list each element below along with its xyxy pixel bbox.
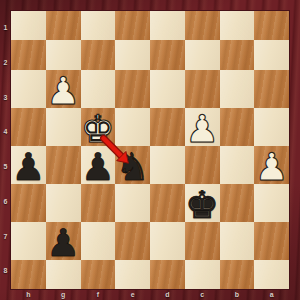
square-h4[interactable] (11, 108, 46, 146)
piece-white-king-f4[interactable]: ♚ (81, 110, 115, 148)
square-a5[interactable]: ♟ (254, 146, 289, 184)
piece-black-pawn-h5[interactable]: ♟ (11, 148, 45, 186)
square-c6[interactable]: ♚ (185, 184, 220, 222)
square-f3[interactable] (81, 70, 116, 108)
square-g1[interactable] (46, 11, 81, 40)
square-b4[interactable] (220, 108, 255, 146)
square-g3[interactable]: ♟ (46, 70, 81, 108)
square-h3[interactable] (11, 70, 46, 108)
square-d3[interactable] (150, 70, 185, 108)
square-c2[interactable] (185, 40, 220, 69)
square-c1[interactable] (185, 11, 220, 40)
square-d8[interactable] (150, 260, 185, 289)
square-b6[interactable] (220, 184, 255, 222)
square-d5[interactable] (150, 146, 185, 184)
rank-label-4: 4 (0, 115, 11, 150)
square-h6[interactable] (11, 184, 46, 222)
square-h7[interactable] (11, 222, 46, 260)
piece-black-pawn-f5[interactable]: ♟ (81, 148, 115, 186)
piece-black-pawn-g7[interactable]: ♟ (46, 224, 80, 262)
square-d2[interactable] (150, 40, 185, 69)
piece-white-pawn-c4[interactable]: ♟ (185, 110, 219, 148)
square-h1[interactable] (11, 11, 46, 40)
square-e3[interactable] (115, 70, 150, 108)
square-a7[interactable] (254, 222, 289, 260)
rank-label-6: 6 (0, 185, 11, 220)
square-b5[interactable] (220, 146, 255, 184)
square-c7[interactable] (185, 222, 220, 260)
square-f6[interactable] (81, 184, 116, 222)
rank-label-2: 2 (0, 46, 11, 81)
file-label-g: g (46, 289, 81, 300)
square-f8[interactable] (81, 260, 116, 289)
square-a1[interactable] (254, 11, 289, 40)
file-label-a: a (254, 289, 289, 300)
square-e7[interactable] (115, 222, 150, 260)
piece-white-pawn-a5[interactable]: ♟ (255, 148, 289, 186)
file-label-d: d (150, 289, 185, 300)
square-a8[interactable] (254, 260, 289, 289)
square-b7[interactable] (220, 222, 255, 260)
square-e5[interactable]: ♞ (115, 146, 150, 184)
square-h2[interactable] (11, 40, 46, 69)
square-f2[interactable] (81, 40, 116, 69)
square-b1[interactable] (220, 11, 255, 40)
square-e4[interactable] (115, 108, 150, 146)
square-a6[interactable] (254, 184, 289, 222)
rank-label-3: 3 (0, 81, 11, 116)
rank-label-5: 5 (0, 150, 11, 185)
rank-label-1: 1 (0, 11, 11, 46)
square-b3[interactable] (220, 70, 255, 108)
square-h5[interactable]: ♟ (11, 146, 46, 184)
rank-label-7: 7 (0, 220, 11, 255)
piece-white-pawn-g3[interactable]: ♟ (46, 72, 80, 110)
file-label-e: e (115, 289, 150, 300)
square-g7[interactable]: ♟ (46, 222, 81, 260)
file-label-h: h (11, 289, 46, 300)
piece-black-knight-e5[interactable]: ♞ (116, 148, 150, 186)
square-c5[interactable] (185, 146, 220, 184)
file-label-c: c (185, 289, 220, 300)
square-g4[interactable] (46, 108, 81, 146)
square-e6[interactable] (115, 184, 150, 222)
square-e1[interactable] (115, 11, 150, 40)
square-c8[interactable] (185, 260, 220, 289)
square-c4[interactable]: ♟ (185, 108, 220, 146)
square-e2[interactable] (115, 40, 150, 69)
square-c3[interactable] (185, 70, 220, 108)
square-b8[interactable] (220, 260, 255, 289)
rank-label-8: 8 (0, 254, 11, 289)
square-f1[interactable] (81, 11, 116, 40)
square-d7[interactable] (150, 222, 185, 260)
square-a3[interactable] (254, 70, 289, 108)
square-a2[interactable] (254, 40, 289, 69)
square-g2[interactable] (46, 40, 81, 69)
square-f7[interactable] (81, 222, 116, 260)
square-f4[interactable]: ♚ (81, 108, 116, 146)
chess-board: ♟♚♟♟♟♞♟♚♟ (11, 11, 289, 289)
piece-black-king-c6[interactable]: ♚ (185, 186, 219, 224)
square-h8[interactable] (11, 260, 46, 289)
square-d6[interactable] (150, 184, 185, 222)
square-b2[interactable] (220, 40, 255, 69)
square-a4[interactable] (254, 108, 289, 146)
square-g8[interactable] (46, 260, 81, 289)
square-e8[interactable] (115, 260, 150, 289)
square-f5[interactable]: ♟ (81, 146, 116, 184)
square-d4[interactable] (150, 108, 185, 146)
square-d1[interactable] (150, 11, 185, 40)
square-g5[interactable] (46, 146, 81, 184)
file-label-f: f (81, 289, 116, 300)
file-label-b: b (220, 289, 255, 300)
square-g6[interactable] (46, 184, 81, 222)
chess-board-diagram: ♟♚♟♟♟♞♟♚♟ 12345678hgfedcba (0, 0, 300, 300)
